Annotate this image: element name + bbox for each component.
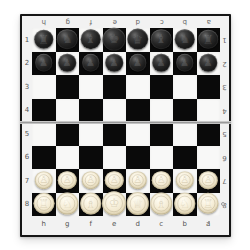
white-rook[interactable]: ♖ [33,193,54,214]
black-pawn[interactable]: ♟ [200,54,218,72]
square-g6[interactable] [56,146,80,170]
rank-label-right-6: 6 [220,146,229,170]
square-b4[interactable] [173,99,197,123]
square-a1[interactable]: ♜ [197,28,221,52]
square-h5[interactable] [32,122,56,146]
square-e7[interactable]: ♙ [103,169,127,193]
square-f8[interactable]: ♗ [79,193,103,217]
square-g3[interactable] [56,75,80,99]
black-pawn-glyph: ♟ [180,58,189,68]
square-g4[interactable] [56,99,80,123]
margin-speck [208,221,210,223]
file-label-top-e: e [103,16,127,28]
file-label-bottom-a: a [197,216,221,231]
rank-label-left-6: 6 [22,146,32,170]
white-knight[interactable]: ♘ [57,193,79,215]
square-e4[interactable] [103,99,127,123]
black-knight[interactable]: ♞ [57,29,78,50]
white-pawn-glyph: ♙ [204,175,213,185]
photo-stage: hgfedcba 12345678 12345678 hgfedcba ♜♞♝♚… [0,0,250,250]
square-e1[interactable]: ♚ [103,28,127,52]
rank-label-right-7: 7 [220,169,229,193]
black-rook[interactable]: ♜ [199,29,219,49]
square-c5[interactable] [150,122,174,146]
rank-label-right-4: 4 [220,99,229,123]
black-pawn-glyph: ♟ [86,58,95,68]
white-pawn[interactable]: ♙ [129,171,148,190]
black-knight-glyph: ♞ [179,33,190,45]
white-rook-glyph: ♖ [38,198,49,210]
black-pawn[interactable]: ♟ [35,54,53,72]
white-queen[interactable]: ♕ [127,192,150,215]
square-b5[interactable] [173,122,197,146]
square-d6[interactable] [126,146,150,170]
square-a8[interactable]: ♖ [197,193,221,217]
square-e3[interactable] [103,75,127,99]
square-h3[interactable] [32,75,56,99]
square-c4[interactable] [150,99,174,123]
square-b7[interactable]: ♙ [173,169,197,193]
square-g1[interactable]: ♞ [56,28,80,52]
square-f5[interactable] [79,122,103,146]
fold-seam [20,121,231,124]
rank-label-left-3: 3 [22,75,32,99]
file-label-bottom-c: c [150,216,174,231]
square-c3[interactable] [150,75,174,99]
square-b3[interactable] [173,75,197,99]
white-bishop-glyph: ♗ [156,198,167,210]
black-rook[interactable]: ♜ [34,29,54,49]
square-d2[interactable]: ♟ [126,52,150,76]
square-e8[interactable]: ♔ [103,193,127,217]
rank-label-right-5: 5 [220,122,229,146]
square-b2[interactable]: ♟ [173,52,197,76]
square-f4[interactable] [79,99,103,123]
white-pawn-glyph: ♙ [39,175,48,185]
file-label-top-d: d [126,16,150,28]
black-pawn-glyph: ♟ [157,58,166,68]
white-pawn[interactable]: ♙ [152,171,171,190]
square-e5[interactable] [103,122,127,146]
black-pawn[interactable]: ♟ [153,54,171,72]
white-pawn[interactable]: ♙ [105,171,124,190]
black-knight-glyph: ♞ [62,33,73,45]
black-king-glyph: ♚ [109,33,120,45]
black-bishop[interactable]: ♝ [151,29,172,50]
black-pawn[interactable]: ♟ [59,54,77,72]
white-bishop[interactable]: ♗ [151,193,173,215]
file-label-bottom-b: b [173,216,197,231]
white-bishop-glyph: ♗ [85,198,96,210]
square-h8[interactable]: ♖ [32,193,56,217]
square-g8[interactable]: ♘ [56,193,80,217]
square-b6[interactable] [173,146,197,170]
white-pawn[interactable]: ♙ [176,171,195,190]
black-pawn[interactable]: ♟ [106,54,124,72]
white-king-glyph: ♔ [109,198,120,210]
white-king[interactable]: ♔ [102,192,126,216]
black-pawn-glyph: ♟ [133,58,142,68]
rank-label-right-1: 1 [220,28,229,52]
square-d8[interactable]: ♕ [126,193,150,217]
black-rook-glyph: ♜ [203,33,214,45]
white-pawn[interactable]: ♙ [199,171,218,190]
square-a5[interactable] [197,122,221,146]
black-pawn[interactable]: ♟ [129,54,147,72]
square-d3[interactable] [126,75,150,99]
black-pawn-glyph: ♟ [204,58,213,68]
white-pawn-glyph: ♙ [157,175,166,185]
file-labels-bottom: hgfedcba [32,216,220,231]
square-c2[interactable]: ♟ [150,52,174,76]
white-pawn[interactable]: ♙ [58,171,77,190]
square-d7[interactable]: ♙ [126,169,150,193]
square-h1[interactable]: ♜ [32,28,56,52]
square-h4[interactable] [32,99,56,123]
black-pawn-glyph: ♟ [63,58,72,68]
white-rook-glyph: ♖ [203,198,214,210]
square-h7[interactable]: ♙ [32,169,56,193]
square-a2[interactable]: ♟ [197,52,221,76]
black-rook-glyph: ♜ [38,33,49,45]
white-pawn-glyph: ♙ [86,175,95,185]
square-e2[interactable]: ♟ [103,52,127,76]
chess-board: hgfedcba 12345678 12345678 hgfedcba ♜♞♝♚… [20,14,231,237]
file-labels-top: hgfedcba [32,16,220,28]
board-inner: hgfedcba 12345678 12345678 hgfedcba ♜♞♝♚… [22,16,229,235]
square-d5[interactable] [126,122,150,146]
square-h2[interactable]: ♟ [32,52,56,76]
square-c1[interactable]: ♝ [150,28,174,52]
black-queen[interactable]: ♛ [127,28,149,50]
black-bishop-glyph: ♝ [85,33,96,45]
white-pawn-glyph: ♙ [133,175,142,185]
white-pawn[interactable]: ♙ [82,171,101,190]
square-g7[interactable]: ♙ [56,169,80,193]
square-e6[interactable] [103,146,127,170]
rank-label-left-2: 2 [22,52,32,76]
file-label-bottom-g: g [56,216,80,231]
black-pawn-glyph: ♟ [110,58,119,68]
file-label-top-a: a [197,16,221,28]
square-c8[interactable]: ♗ [150,193,174,217]
square-g2[interactable]: ♟ [56,52,80,76]
rank-label-right-3: 3 [220,75,229,99]
white-pawn-glyph: ♙ [110,175,119,185]
white-knight-glyph: ♘ [62,198,73,210]
black-bishop-glyph: ♝ [156,33,167,45]
square-f7[interactable]: ♙ [79,169,103,193]
file-label-top-c: c [150,16,174,28]
black-queen-glyph: ♛ [132,33,143,45]
white-knight[interactable]: ♘ [174,193,196,215]
file-label-bottom-f: f [79,216,103,231]
file-label-bottom-d: d [126,216,150,231]
square-f1[interactable]: ♝ [79,28,103,52]
square-d4[interactable] [126,99,150,123]
rank-label-left-4: 4 [22,99,32,123]
black-knight[interactable]: ♞ [175,29,196,50]
file-label-top-h: h [32,16,56,28]
rank-label-left-7: 7 [22,169,32,193]
white-rook[interactable]: ♖ [198,193,219,214]
black-pawn-glyph: ♟ [39,58,48,68]
white-knight-glyph: ♘ [179,198,190,210]
square-c7[interactable]: ♙ [150,169,174,193]
square-b1[interactable]: ♞ [173,28,197,52]
square-f6[interactable] [79,146,103,170]
rank-label-left-8: 8 [22,193,32,217]
white-pawn-glyph: ♙ [180,175,189,185]
black-pawn[interactable]: ♟ [176,54,194,72]
square-f3[interactable] [79,75,103,99]
file-label-top-g: g [56,16,80,28]
black-pawn[interactable]: ♟ [82,54,100,72]
file-label-bottom-e: e [103,216,127,231]
white-queen-glyph: ♕ [132,198,143,210]
rank-label-left-1: 1 [22,28,32,52]
square-a3[interactable] [197,75,221,99]
square-b8[interactable]: ♘ [173,193,197,217]
square-f2[interactable]: ♟ [79,52,103,76]
file-label-bottom-h: h [32,216,56,231]
rivet-dot [221,202,225,206]
square-h6[interactable] [32,146,56,170]
rank-label-right-2: 2 [220,52,229,76]
black-king[interactable]: ♚ [103,28,126,51]
file-label-top-b: b [173,16,197,28]
square-a4[interactable] [197,99,221,123]
white-pawn-glyph: ♙ [63,175,72,185]
square-a6[interactable] [197,146,221,170]
square-a7[interactable]: ♙ [197,169,221,193]
white-bishop[interactable]: ♗ [80,193,102,215]
rank-label-left-5: 5 [22,122,32,146]
square-c6[interactable] [150,146,174,170]
square-d1[interactable]: ♛ [126,28,150,52]
square-g5[interactable] [56,122,80,146]
white-pawn[interactable]: ♙ [35,171,54,190]
file-label-top-f: f [79,16,103,28]
black-bishop[interactable]: ♝ [81,29,102,50]
